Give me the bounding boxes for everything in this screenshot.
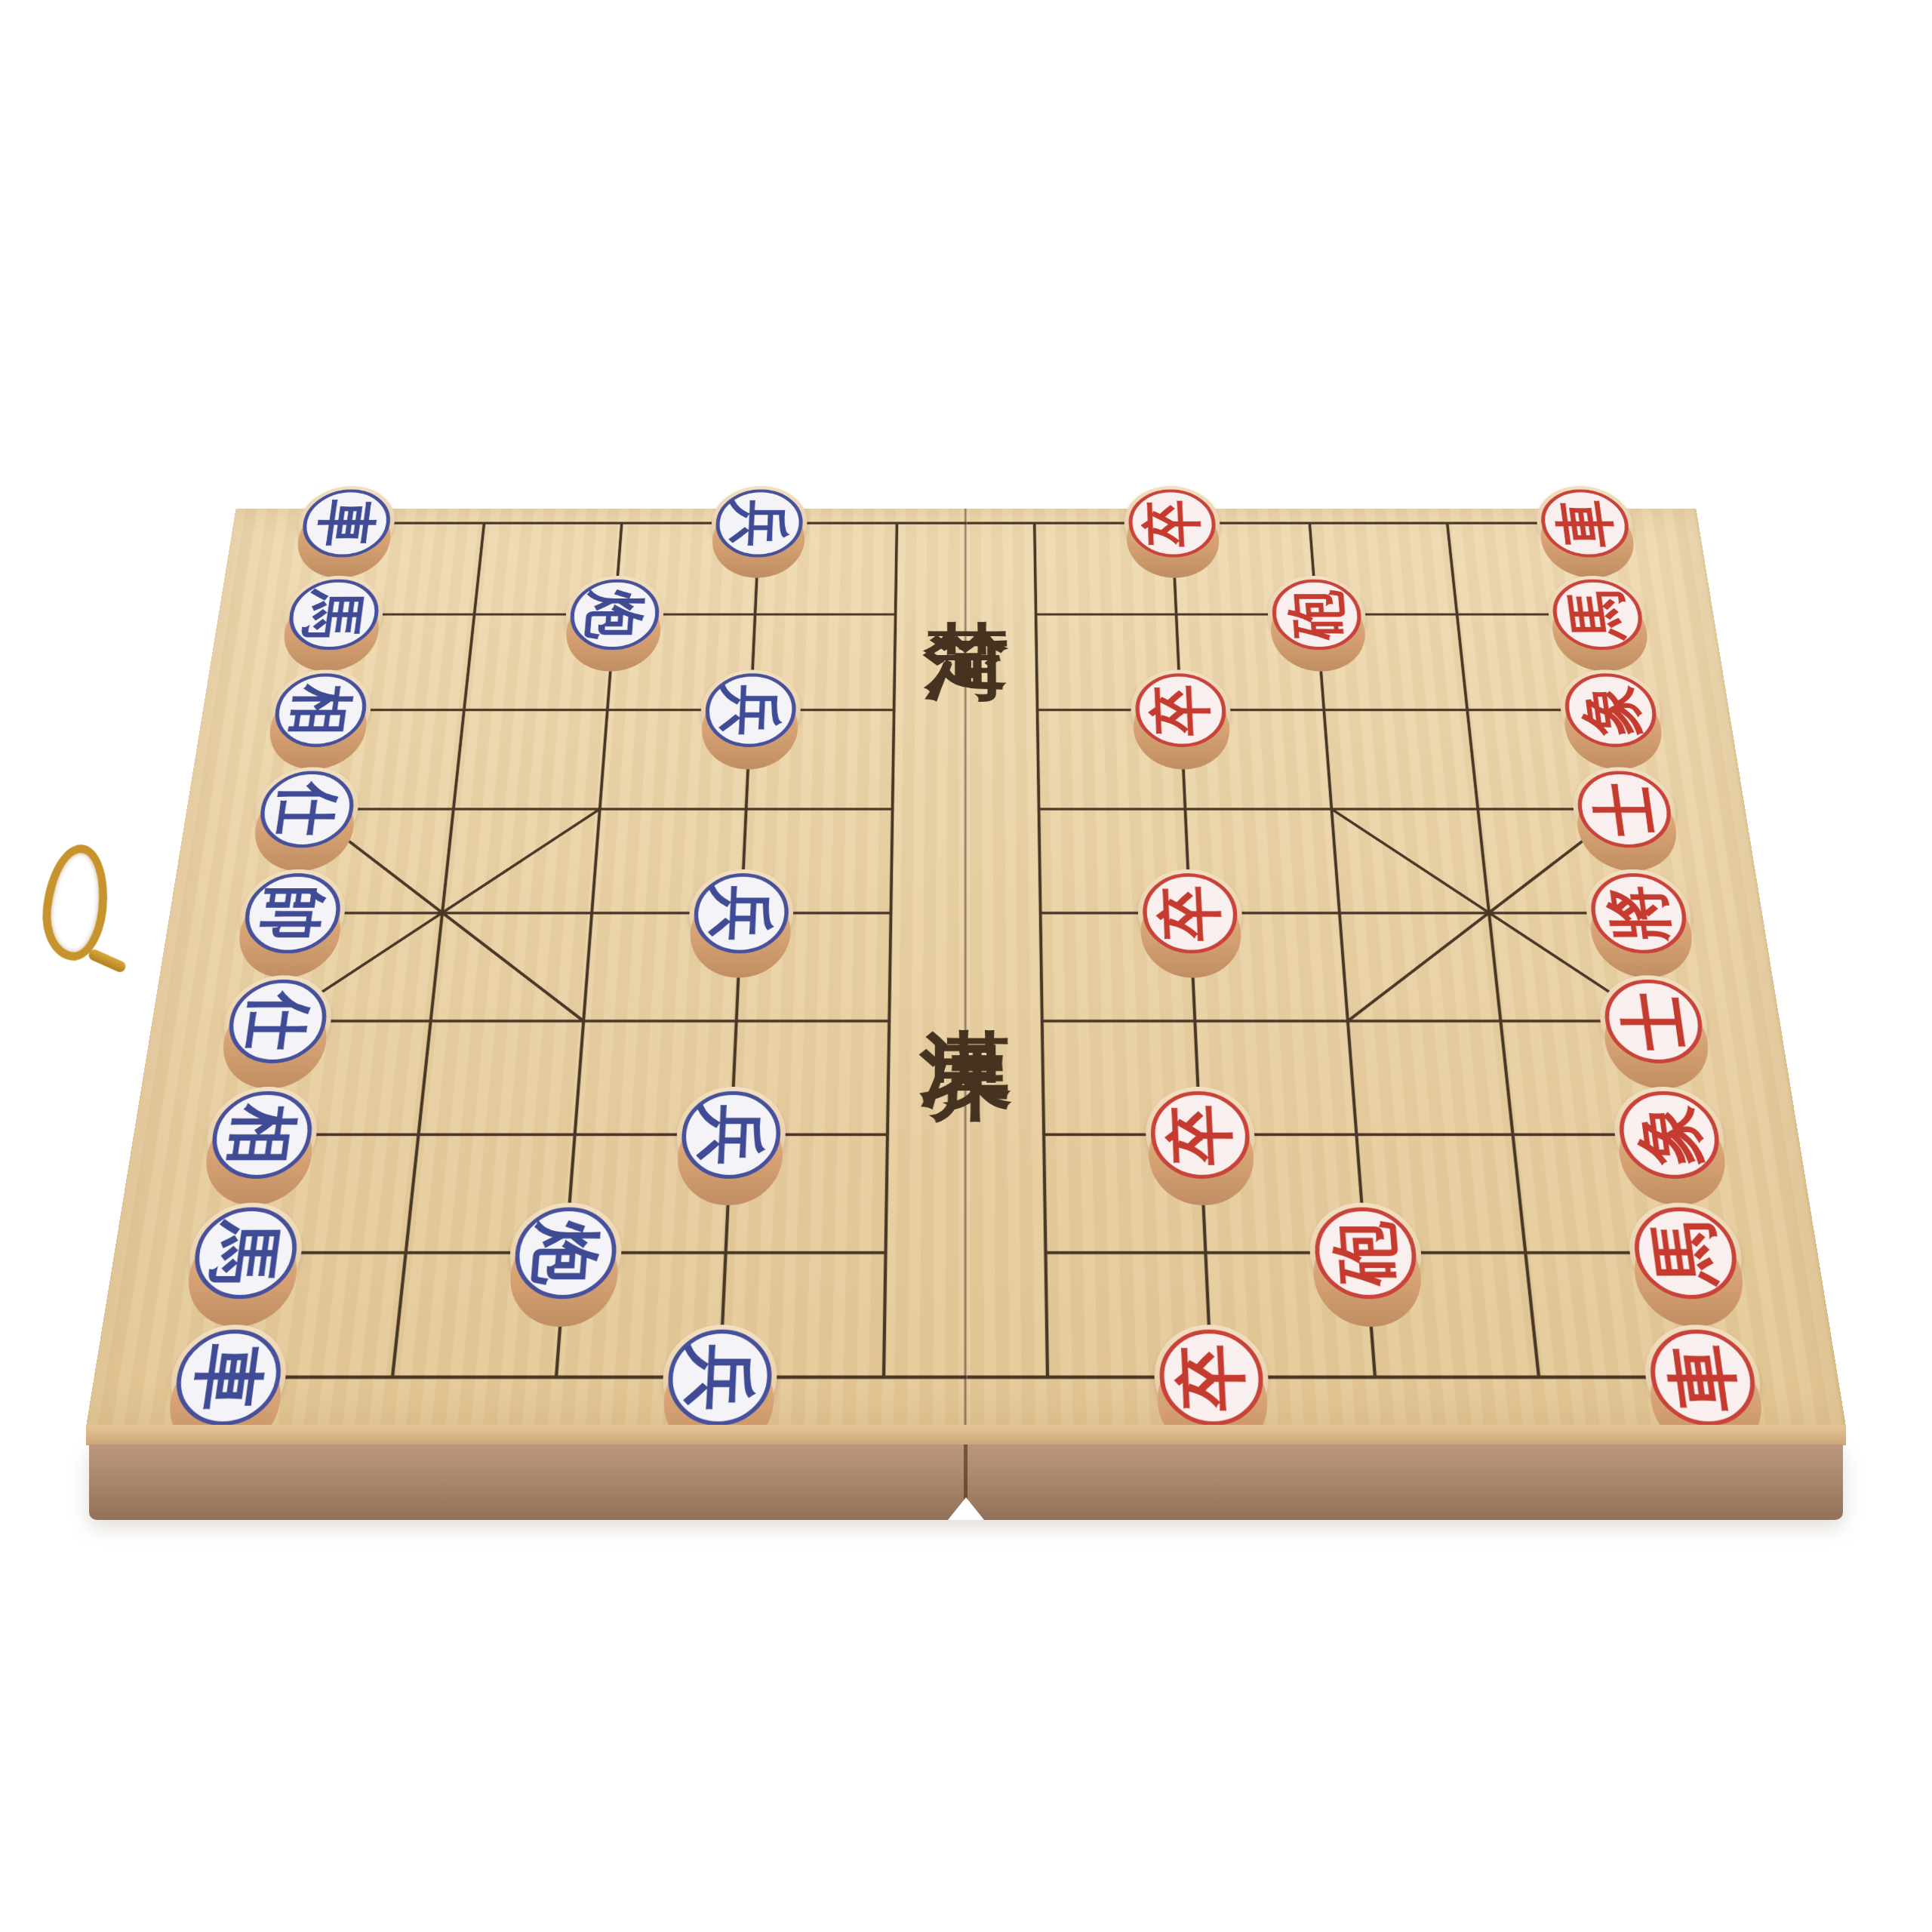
piece-face: 兵	[679, 1091, 782, 1179]
piece-face: 砲	[1270, 580, 1364, 651]
piece-character: 兵	[682, 1344, 757, 1411]
piece-character: 馬	[300, 590, 368, 639]
piece-character: 兵	[718, 685, 783, 736]
piece-blue-chariot[interactable]: 車	[294, 486, 399, 561]
piece-face: 卒	[1149, 1091, 1252, 1179]
piece-face: 馬	[285, 580, 383, 651]
box-seam-notch	[948, 1497, 984, 1520]
xiangqi-board[interactable]: 楚河 漢界 車馬相仕帥仕相馬車炮炮兵兵兵兵兵卒卒卒卒卒砲砲車馬象士將士象馬車	[86, 509, 1846, 1426]
piece-face: 兵	[714, 490, 804, 558]
piece-face: 車	[298, 490, 394, 558]
piece-character: 馬	[206, 1221, 285, 1284]
board-front-edge	[86, 1425, 1846, 1445]
piece-character: 卒	[1141, 500, 1204, 547]
piece-character: 馬	[1646, 1221, 1725, 1284]
piece-face: 炮	[512, 1207, 620, 1299]
brass-latch	[18, 832, 140, 990]
piece-character: 炮	[582, 590, 648, 639]
piece-face: 卒	[1134, 673, 1228, 747]
piece-blue-soldier[interactable]: 兵	[709, 486, 808, 561]
piece-character: 象	[1631, 1104, 1708, 1165]
piece-red-soldier[interactable]: 卒	[1123, 486, 1222, 561]
piece-face: 車	[1537, 490, 1633, 558]
piece-face: 帥	[240, 873, 346, 953]
box-side	[89, 1444, 1843, 1520]
piece-character: 車	[1663, 1344, 1743, 1411]
piece-character: 仕	[240, 992, 315, 1051]
piece-character: 帥	[256, 885, 329, 941]
piece-character: 砲	[1328, 1221, 1403, 1284]
piece-character: 兵	[695, 1104, 767, 1165]
river-label-chu-he: 楚河	[925, 567, 1010, 595]
piece-character: 砲	[1284, 590, 1350, 639]
piece-face: 卒	[1158, 1330, 1266, 1426]
piece-face: 象	[1561, 673, 1661, 747]
piece-character: 相	[223, 1104, 300, 1165]
piece-face: 相	[270, 673, 371, 747]
piece-character: 兵	[707, 885, 775, 941]
piece-face: 卒	[1141, 873, 1239, 953]
river-label-han-jie: 漢界	[921, 964, 1014, 998]
piece-character: 士	[1589, 783, 1660, 836]
latch-stem-icon	[87, 948, 128, 974]
piece-face: 仕	[255, 771, 358, 848]
piece-face: 馬	[1549, 580, 1647, 651]
piece-character: 車	[188, 1344, 269, 1411]
piece-face: 兵	[666, 1330, 774, 1426]
piece-character: 卒	[1164, 1104, 1236, 1165]
piece-character: 車	[313, 500, 380, 547]
piece-character: 車	[1552, 500, 1619, 547]
piece-face: 兵	[703, 673, 797, 747]
piece-red-chariot[interactable]: 車	[1532, 486, 1638, 561]
piece-face: 兵	[692, 873, 790, 953]
piece-character: 卒	[1156, 885, 1224, 941]
piece-face: 卒	[1128, 490, 1217, 558]
piece-character: 卒	[1148, 685, 1213, 736]
piece-character: 馬	[1564, 590, 1632, 639]
piece-character: 兵	[728, 500, 791, 547]
piece-character: 士	[1617, 992, 1691, 1051]
piece-face: 砲	[1312, 1207, 1420, 1299]
photo-scene: 楚河 漢界 車馬相仕帥仕相馬車炮炮兵兵兵兵兵卒卒卒卒卒砲砲車馬象士將士象馬車	[0, 0, 1932, 1932]
latch-loop-icon	[38, 841, 113, 964]
piece-character: 相	[285, 685, 355, 736]
piece-character: 卒	[1174, 1344, 1249, 1411]
piece-character: 仕	[271, 783, 343, 836]
piece-character: 象	[1576, 685, 1646, 736]
piece-character: 將	[1602, 885, 1675, 941]
piece-character: 炮	[528, 1221, 603, 1284]
piece-face: 炮	[568, 580, 661, 651]
piece-face: 仕	[223, 980, 331, 1063]
